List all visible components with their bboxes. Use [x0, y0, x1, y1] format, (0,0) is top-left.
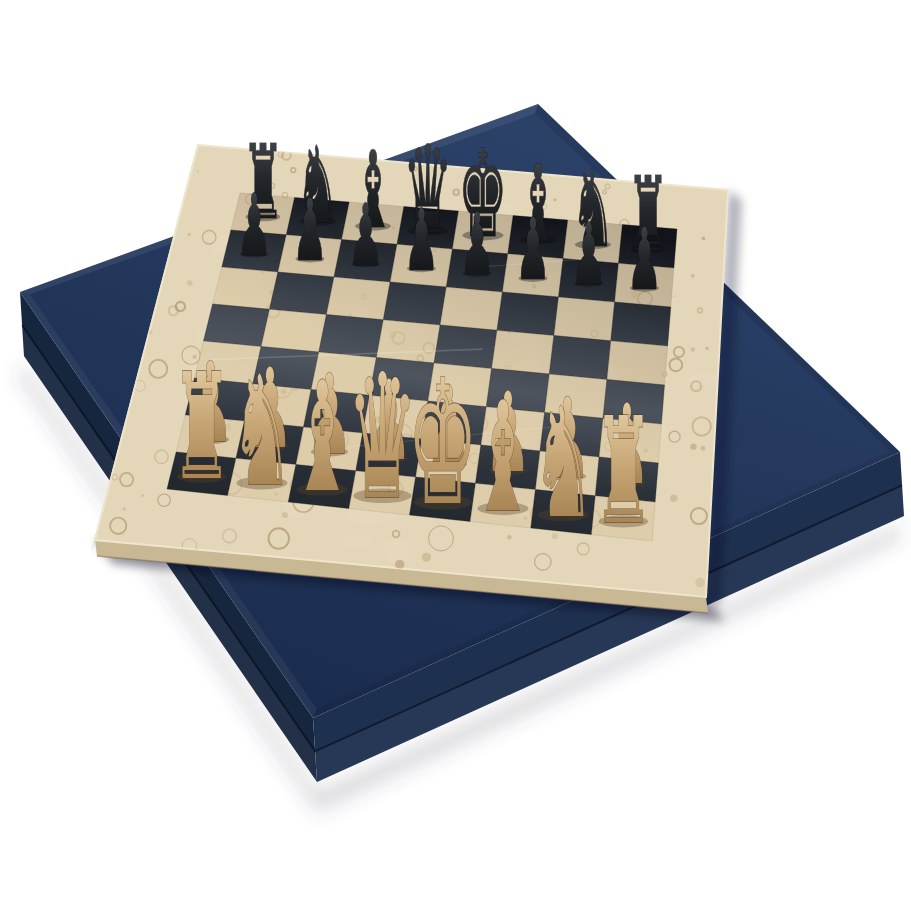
piece-white-knight-b1: ♞ — [231, 343, 294, 520]
piece-white-bishop-c1: ♝ — [291, 349, 354, 526]
piece-black-pawn-b7: ♟ — [292, 180, 327, 280]
piece-black-pawn-h7: ♟ — [627, 209, 662, 309]
scene-canvas: ♜♞♝♛♚♝♞♜♟♟♟♟♟♟♟♟♟♟♟♟♟♟♟♟♜♞♝♛♚♝♞♜ — [0, 0, 911, 911]
piece-black-pawn-c7: ♟ — [348, 185, 383, 285]
piece-black-pawn-f7: ♟ — [515, 200, 550, 300]
piece-white-rook-a1: ♜ — [171, 342, 232, 513]
piece-black-pawn-d7: ♟ — [404, 190, 439, 290]
piece-black-pawn-a7: ♟ — [237, 175, 272, 275]
piece-black-pawn-e7: ♟ — [460, 195, 495, 295]
piece-black-pawn-g7: ♟ — [571, 205, 606, 305]
piece-white-king-e1: ♚ — [407, 343, 478, 545]
piece-white-bishop-f1: ♝ — [472, 368, 535, 545]
piece-white-knight-g1: ♞ — [532, 375, 595, 552]
piece-white-rook-h1: ♜ — [593, 386, 654, 557]
marble-chess-set-photo: ♜♞♝♛♚♝♞♜♟♟♟♟♟♟♟♟♟♟♟♟♟♟♟♟♜♞♝♛♚♝♞♜ — [0, 0, 911, 911]
